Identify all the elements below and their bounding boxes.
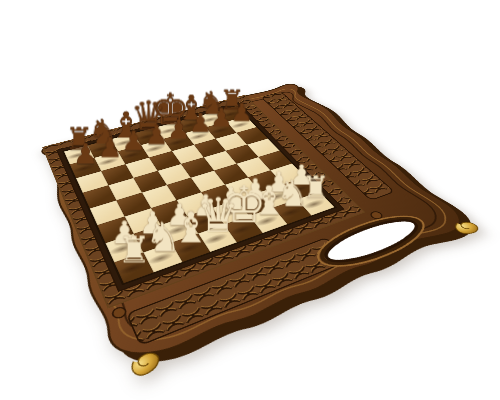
chessboard-3d: ♜♞♝♛♚♝♞♜♟♟♟♟♟♟♟♟♟♟♟♟♟♟♟♟♜♞♝♛♚♝♞♜ <box>26 78 485 388</box>
product-photo-scene: ♜♞♝♛♚♝♞♜♟♟♟♟♟♟♟♟♟♟♟♟♟♟♟♟♜♞♝♛♚♝♞♜ <box>0 0 500 400</box>
white-rook-a1[interactable]: ♜ <box>118 231 151 268</box>
